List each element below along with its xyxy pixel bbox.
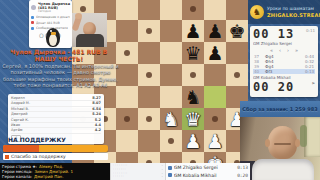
square-g3[interactable]	[204, 108, 226, 130]
alert-row-icon	[31, 16, 34, 19]
raised-fist	[75, 13, 82, 19]
move-nav-button[interactable]: »	[295, 47, 298, 53]
player-time: 0:13	[237, 164, 248, 172]
square-c6[interactable]	[116, 42, 138, 64]
player-name: GM Kobalia Mikhail	[174, 172, 235, 180]
white-clock-flag-icon[interactable]: ⚑	[311, 81, 315, 86]
move-nav-button[interactable]: «	[270, 47, 273, 53]
move-dot	[190, 72, 196, 78]
square-g2[interactable]: ♟	[204, 130, 226, 152]
square-g7[interactable]: ♟	[204, 20, 226, 42]
square-e7[interactable]	[160, 20, 182, 42]
alert-row-icon	[31, 27, 34, 30]
square-c4[interactable]	[116, 86, 138, 108]
support-thanks-row: Спасибо за поддержку	[3, 153, 108, 160]
square-f3[interactable]: ♛	[182, 108, 204, 130]
goal-value: 5.24	[92, 112, 101, 116]
move-dot	[146, 28, 152, 34]
square-c3[interactable]	[116, 108, 138, 130]
square-h8[interactable]	[226, 0, 248, 20]
square-e6[interactable]	[160, 42, 182, 64]
square-e8[interactable]	[160, 0, 182, 20]
square-f5[interactable]	[182, 64, 204, 86]
square-h6[interactable]	[226, 42, 248, 64]
player-row: GM Kobalia Mikhail0:20	[168, 172, 248, 180]
players-strip: GM Zhigalko Sergei0:13GM Kobalia Mikhail…	[165, 163, 250, 180]
streamer-brow	[274, 143, 291, 145]
move-list[interactable]: 37Фg40:4438Фh40:3239Фg40:2140Фf30:13	[253, 54, 315, 75]
move-dot	[168, 138, 174, 144]
alert-row-text: Донат 481 RUB	[36, 21, 60, 25]
heroes-row: Герои канала:Дмитрий Пан.	[2, 174, 108, 179]
square-c7[interactable]	[116, 20, 138, 42]
player-color-icon	[168, 166, 172, 170]
alert-row: Оповещение о донате	[31, 15, 70, 19]
alert-row: Донат 481 RUB	[31, 21, 70, 25]
goal-value: 4.4	[95, 123, 101, 127]
player-time: 0:20	[237, 172, 248, 180]
goal-value: 4.2	[95, 128, 101, 132]
fundraiser-band: Сбор за звание: 1 259 983	[240, 101, 320, 117]
square-e3[interactable]: ♞	[160, 108, 182, 130]
square-g6[interactable]: ♟	[204, 42, 226, 64]
move-dot	[190, 6, 196, 12]
goal-value: 8.27	[92, 96, 101, 100]
black-pawn[interactable]: ♟	[204, 42, 226, 64]
player-name: GM Zhigalko Sergei	[174, 164, 235, 172]
support-header: НА ПОДДЕРЖКУ	[8, 136, 66, 143]
black-knight[interactable]: ♞	[182, 86, 204, 108]
square-g8[interactable]	[204, 0, 226, 20]
white-pawn[interactable]: ♟	[182, 130, 204, 152]
alert-header: Чулок Дырочка (481 RUB) сегодня	[31, 2, 70, 14]
square-c8[interactable]	[116, 0, 138, 20]
goal-name: Артём	[11, 128, 22, 132]
penguin-sticker	[43, 27, 63, 48]
black-clock-increment: 0:11	[306, 28, 315, 33]
player-row: GM Zhigalko Sergei0:13	[168, 164, 248, 172]
square-c2[interactable]	[116, 130, 138, 152]
square-g5[interactable]	[204, 64, 226, 86]
goal-value: 5.2	[95, 118, 101, 122]
goal-name: Андрей М.	[11, 101, 30, 105]
goal-name: Michael B.	[11, 107, 29, 111]
mini-table: · · · · · · · ·–· · · · · · ·–· · · · · …	[110, 163, 165, 180]
white-clock: 00 20	[253, 81, 294, 94]
support-progress-fill	[3, 145, 39, 152]
webcam-main	[240, 117, 320, 180]
heroes-value: Дмитрий Пан.	[34, 174, 63, 179]
goal-name: Кирилл	[11, 96, 25, 100]
move-nav-button[interactable]: ‹	[279, 47, 281, 53]
channel-logo-icon: ♞	[250, 5, 264, 19]
donation-title: Чулок Дырочка - 481 RUB В НАШУ ЧЕСТЬ!	[2, 48, 116, 62]
square-f6[interactable]: ♛	[182, 42, 204, 64]
goal-name: Иван	[11, 123, 20, 127]
square-g4[interactable]	[204, 86, 226, 108]
black-clock: 00 13	[253, 28, 294, 41]
heroes-label: Герои канала:	[2, 174, 32, 179]
goal-name: Сергей К.	[11, 118, 29, 122]
square-e4[interactable]	[160, 86, 182, 108]
white-pawn[interactable]: ♟	[204, 130, 226, 152]
streamer-body-small	[76, 34, 104, 47]
streamer-shirt	[252, 159, 314, 180]
white-knight[interactable]: ♞	[160, 108, 182, 130]
move-row[interactable]: 40Фf30:13	[253, 69, 315, 74]
clock-panel: 00 13 0:11 GM Zhigalko Sergei «‹›» 37Фg4…	[250, 26, 318, 97]
move-nav[interactable]: «‹›»	[253, 47, 315, 53]
thanks-bullet-icon	[5, 155, 9, 159]
square-d7[interactable]	[138, 20, 160, 42]
banner-url[interactable]: ZHIGALKO.STREAM.COM	[267, 12, 320, 18]
alert-row-icon	[31, 21, 34, 24]
webcam-small	[72, 13, 107, 47]
goal-value: 8.07	[92, 101, 101, 105]
square-e2[interactable]	[160, 130, 182, 152]
fundraiser-text: Сбор за звание: 1 259 983	[242, 106, 317, 112]
square-d3[interactable]	[138, 108, 160, 130]
move-dot	[80, 6, 86, 12]
white-queen[interactable]: ♛	[182, 108, 204, 130]
square-c5[interactable]	[116, 64, 138, 86]
move-dot	[124, 116, 130, 122]
goal-value: 6.54	[92, 107, 101, 111]
move-nav-button[interactable]: ›	[287, 47, 289, 53]
alert-time: сегодня	[38, 10, 70, 14]
stream-screen: ♟♟♚♛♟♞♞♛♟♟♟♚ Чулок Дырочка (481 RUB) сег…	[0, 0, 320, 180]
black-king[interactable]: ♚	[226, 20, 248, 42]
alert-row-text: Оповещение о донате	[36, 15, 70, 19]
move-dot	[234, 72, 240, 78]
black-pawn[interactable]: ♟	[182, 20, 204, 42]
square-d5[interactable]	[138, 64, 160, 86]
room-plant	[300, 125, 307, 147]
donor-avatar	[31, 5, 36, 10]
square-d2[interactable]	[138, 130, 160, 152]
heroes-ticker: Герои стрима ★:Alexey Под.Герои месяца:З…	[0, 163, 110, 180]
square-f7[interactable]: ♟	[182, 20, 204, 42]
move-dot	[212, 116, 218, 122]
move-dot	[124, 50, 130, 56]
goal-name: Дмитрий	[11, 112, 27, 116]
black-pawn[interactable]: ♟	[204, 20, 226, 42]
square-d4[interactable]	[138, 86, 160, 108]
move-dot	[146, 116, 152, 122]
square-f8[interactable]	[182, 0, 204, 20]
channel-banner: ♞ Уроки по шахматам ZHIGALKO.STREAM.COM	[248, 0, 320, 24]
penguin-beak	[51, 32, 56, 35]
player-color-icon	[168, 173, 172, 177]
donation-message: Сергей, я 100% подписан. Ты интересный и…	[2, 63, 119, 89]
support-progress-bar	[3, 145, 108, 152]
square-f4[interactable]: ♞	[182, 86, 204, 108]
thanks-text: Спасибо за поддержку	[11, 154, 66, 159]
square-d8[interactable]	[138, 0, 160, 20]
square-e5[interactable]	[160, 64, 182, 86]
mini-table-row: · · · · · ·–	[113, 175, 163, 179]
square-d6[interactable]	[138, 42, 160, 64]
black-queen[interactable]: ♛	[182, 42, 204, 64]
square-f2[interactable]: ♟	[182, 130, 204, 152]
goal-row: Артём4.2	[11, 128, 101, 133]
square-h7[interactable]: ♚	[226, 20, 248, 42]
square-h5[interactable]	[226, 64, 248, 86]
move-dot	[146, 72, 152, 78]
